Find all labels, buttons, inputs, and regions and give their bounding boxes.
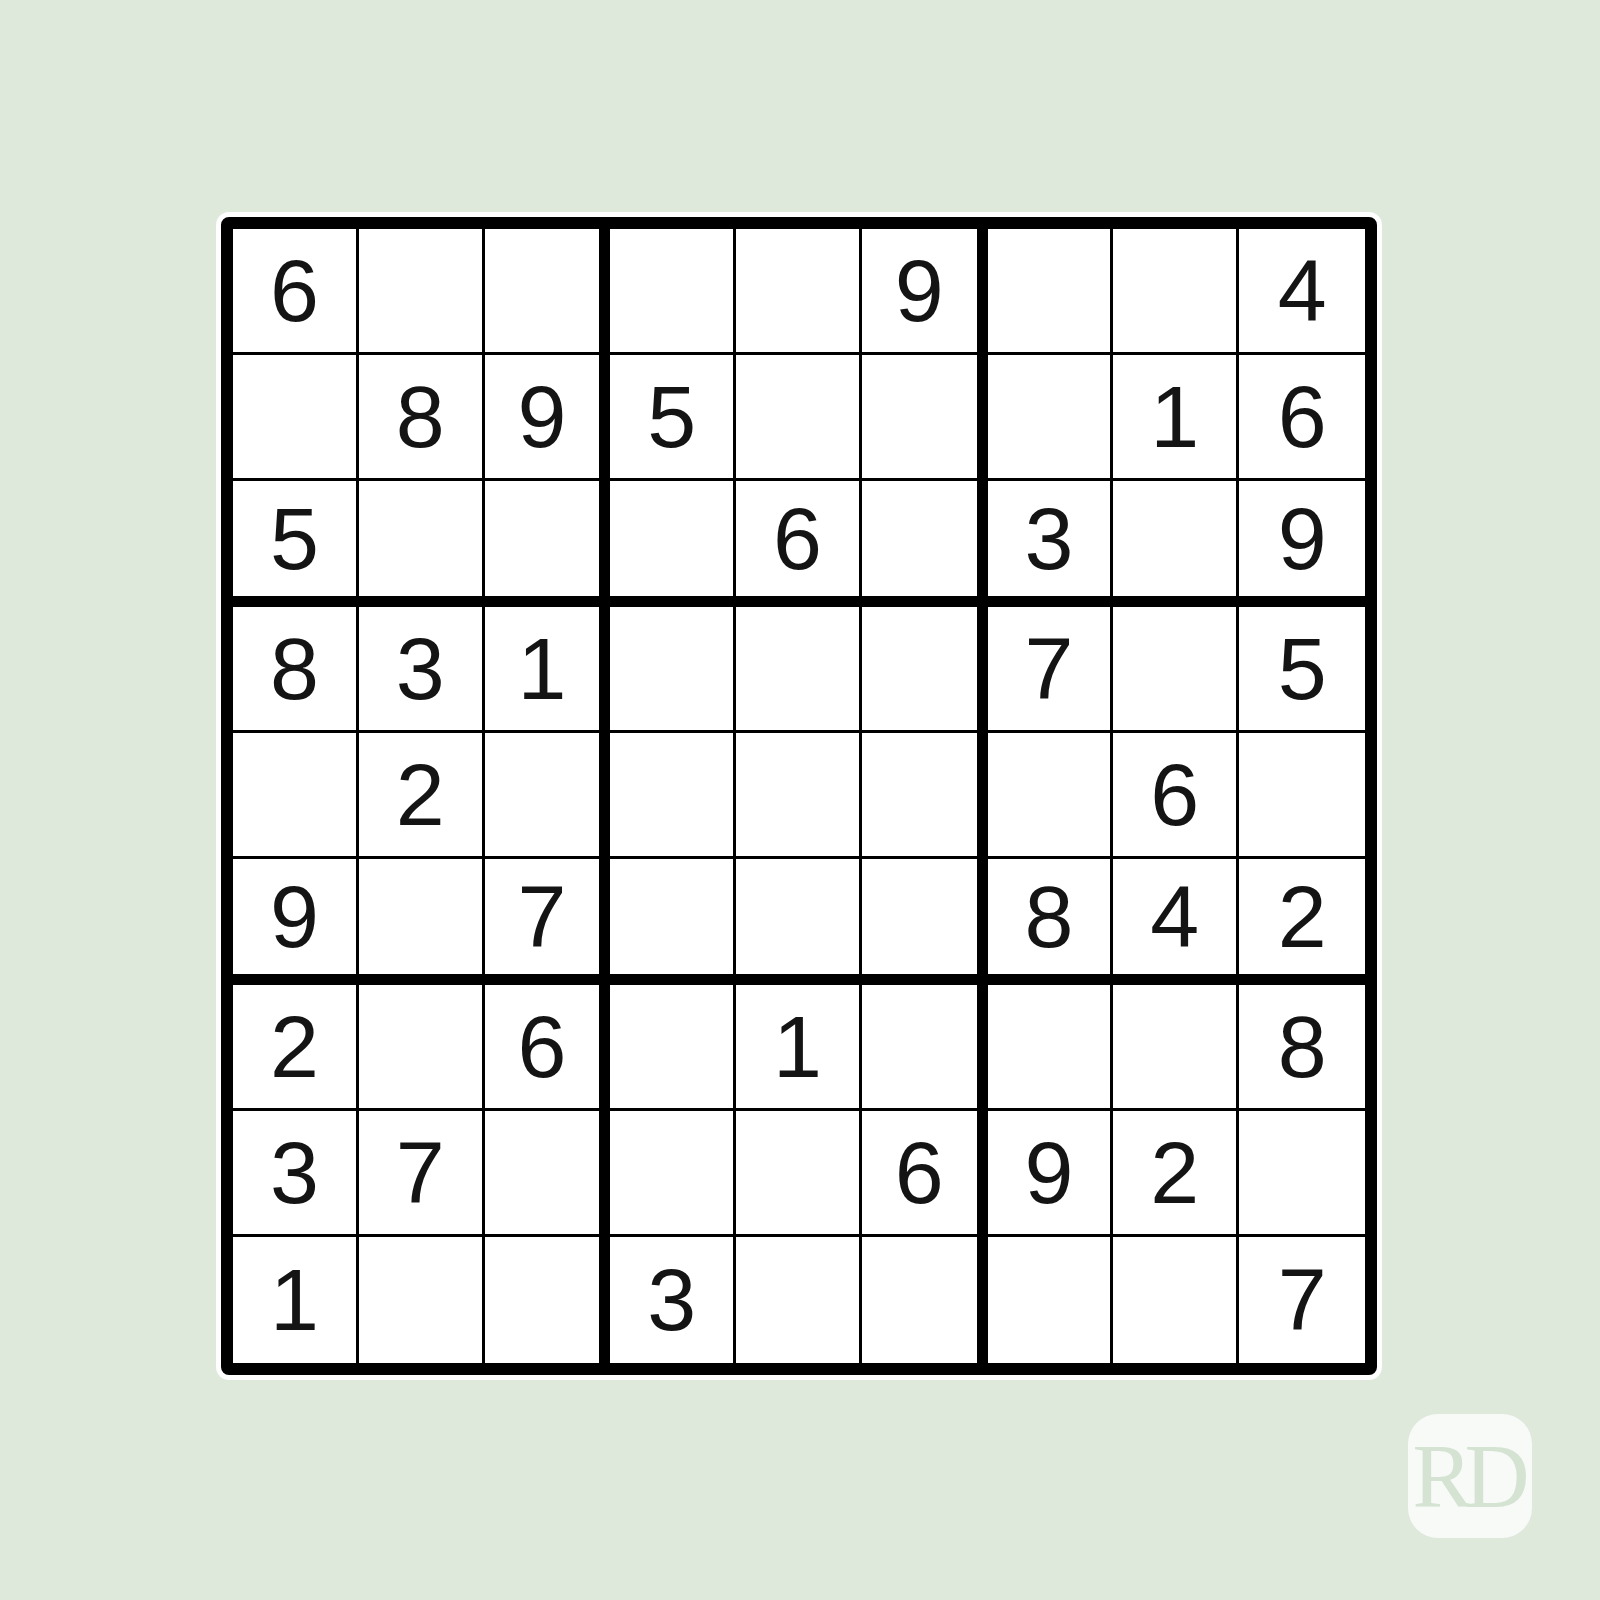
cell-r1c7[interactable] [988, 229, 1114, 355]
cell-r7c1[interactable]: 2 [233, 985, 359, 1111]
rd-logo: RD [1408, 1414, 1532, 1538]
cell-r6c3[interactable]: 7 [485, 859, 611, 985]
cell-r4c3[interactable]: 1 [485, 607, 611, 733]
cell-r7c5[interactable]: 1 [736, 985, 862, 1111]
cell-r3c1[interactable]: 5 [233, 481, 359, 607]
cell-r3c8[interactable] [1113, 481, 1239, 607]
cell-r7c2[interactable] [359, 985, 485, 1111]
cell-r6c4[interactable] [610, 859, 736, 985]
cell-r5c3[interactable] [485, 733, 611, 859]
cell-r3c5[interactable]: 6 [736, 481, 862, 607]
cell-r4c7[interactable]: 7 [988, 607, 1114, 733]
cell-r3c6[interactable] [862, 481, 988, 607]
cell-r8c6[interactable]: 6 [862, 1111, 988, 1237]
cell-r9c5[interactable] [736, 1237, 862, 1363]
cell-r1c8[interactable] [1113, 229, 1239, 355]
cell-r7c7[interactable] [988, 985, 1114, 1111]
cell-r2c5[interactable] [736, 355, 862, 481]
cell-r8c4[interactable] [610, 1111, 736, 1237]
cell-r8c7[interactable]: 9 [988, 1111, 1114, 1237]
cell-r1c9[interactable]: 4 [1239, 229, 1365, 355]
cell-r6c2[interactable] [359, 859, 485, 985]
cell-r5c2[interactable]: 2 [359, 733, 485, 859]
cell-r2c2[interactable]: 8 [359, 355, 485, 481]
rd-logo-text: RD [1412, 1425, 1521, 1528]
cell-r4c8[interactable] [1113, 607, 1239, 733]
cell-r8c9[interactable] [1239, 1111, 1365, 1237]
cell-r9c9[interactable]: 7 [1239, 1237, 1365, 1363]
sudoku-grid: 694895165639831752697842261837692137 [221, 217, 1377, 1375]
cell-r9c7[interactable] [988, 1237, 1114, 1363]
cell-r3c3[interactable] [485, 481, 611, 607]
cell-r6c6[interactable] [862, 859, 988, 985]
cell-r5c6[interactable] [862, 733, 988, 859]
cell-r4c1[interactable]: 8 [233, 607, 359, 733]
cell-r7c4[interactable] [610, 985, 736, 1111]
cell-r2c6[interactable] [862, 355, 988, 481]
cell-r2c9[interactable]: 6 [1239, 355, 1365, 481]
cell-r5c7[interactable] [988, 733, 1114, 859]
cell-r3c2[interactable] [359, 481, 485, 607]
cell-r2c7[interactable] [988, 355, 1114, 481]
cell-r8c3[interactable] [485, 1111, 611, 1237]
cell-r9c2[interactable] [359, 1237, 485, 1363]
cell-r4c4[interactable] [610, 607, 736, 733]
cell-r4c2[interactable]: 3 [359, 607, 485, 733]
cell-r5c4[interactable] [610, 733, 736, 859]
cell-r4c6[interactable] [862, 607, 988, 733]
cell-r1c5[interactable] [736, 229, 862, 355]
cell-r6c5[interactable] [736, 859, 862, 985]
cell-r1c3[interactable] [485, 229, 611, 355]
cell-r7c3[interactable]: 6 [485, 985, 611, 1111]
cell-r9c3[interactable] [485, 1237, 611, 1363]
cell-r1c4[interactable] [610, 229, 736, 355]
cell-r9c4[interactable]: 3 [610, 1237, 736, 1363]
cell-r3c9[interactable]: 9 [1239, 481, 1365, 607]
cell-r6c9[interactable]: 2 [1239, 859, 1365, 985]
cell-r4c9[interactable]: 5 [1239, 607, 1365, 733]
cell-r1c6[interactable]: 9 [862, 229, 988, 355]
cell-r2c3[interactable]: 9 [485, 355, 611, 481]
cell-r6c7[interactable]: 8 [988, 859, 1114, 985]
cell-r8c8[interactable]: 2 [1113, 1111, 1239, 1237]
cell-r5c5[interactable] [736, 733, 862, 859]
cell-r7c9[interactable]: 8 [1239, 985, 1365, 1111]
cell-r6c1[interactable]: 9 [233, 859, 359, 985]
cell-r5c1[interactable] [233, 733, 359, 859]
cell-r9c8[interactable] [1113, 1237, 1239, 1363]
cell-r8c2[interactable]: 7 [359, 1111, 485, 1237]
cell-r8c5[interactable] [736, 1111, 862, 1237]
cell-r3c4[interactable] [610, 481, 736, 607]
cell-r9c1[interactable]: 1 [233, 1237, 359, 1363]
cell-r9c6[interactable] [862, 1237, 988, 1363]
cell-r8c1[interactable]: 3 [233, 1111, 359, 1237]
cell-r1c2[interactable] [359, 229, 485, 355]
cell-r4c5[interactable] [736, 607, 862, 733]
cell-r5c8[interactable]: 6 [1113, 733, 1239, 859]
cell-r5c9[interactable] [1239, 733, 1365, 859]
cell-r2c8[interactable]: 1 [1113, 355, 1239, 481]
cell-r2c4[interactable]: 5 [610, 355, 736, 481]
cell-r6c8[interactable]: 4 [1113, 859, 1239, 985]
cell-r2c1[interactable] [233, 355, 359, 481]
cell-r3c7[interactable]: 3 [988, 481, 1114, 607]
cell-r1c1[interactable]: 6 [233, 229, 359, 355]
cell-r7c8[interactable] [1113, 985, 1239, 1111]
cell-r7c6[interactable] [862, 985, 988, 1111]
